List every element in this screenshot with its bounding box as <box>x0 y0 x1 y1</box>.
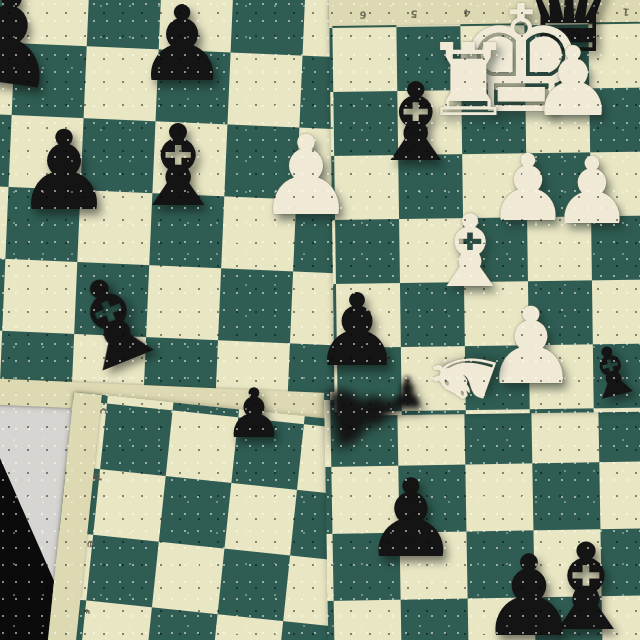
piece-white-pawn[interactable]: ♟ <box>530 34 616 130</box>
coordinate-label-6: 6 <box>359 9 367 20</box>
piece-black-pawn[interactable]: ♟ <box>15 116 114 226</box>
coordinate-label-5: 5 <box>410 8 418 19</box>
coordinate-label-e: e <box>84 540 98 549</box>
piece-black-pawn[interactable]: ♟ <box>224 380 285 448</box>
piece-black-bishop[interactable]: ♝ <box>368 69 465 177</box>
piece-black-pawn[interactable]: ♟ <box>363 465 460 573</box>
piece-black-pawn[interactable]: ♟ <box>135 0 228 96</box>
coordinate-label-c: c <box>97 407 111 415</box>
piece-white-pawn[interactable]: ♟ <box>257 121 356 231</box>
chess-boards-photo: 654321cdef ♟♟♟♝♟♝♛♜♚♟♝♟♟♝♟♟♞♝♟♟♟♟♟♝ <box>0 0 640 640</box>
coordinate-label-d: d <box>90 472 104 481</box>
piece-black-bishop[interactable]: ♝ <box>128 110 228 222</box>
piece-black-pawn[interactable]: ♟ <box>479 540 579 640</box>
coordinate-label-f: f <box>78 608 91 614</box>
piece-white-pawn[interactable]: ♟ <box>551 146 633 238</box>
